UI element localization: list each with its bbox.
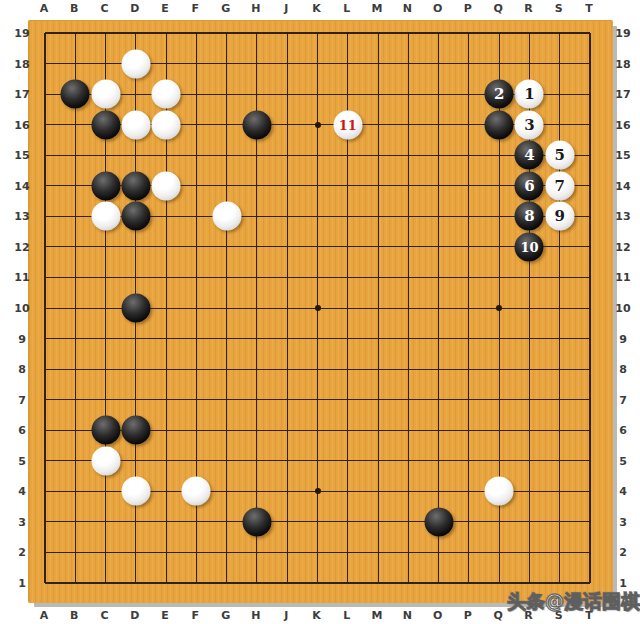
coord-label-bottom-H: H (251, 609, 260, 622)
stone-white-C17 (91, 80, 120, 109)
stone-white-D18 (121, 49, 150, 78)
coord-label-left-18: 18 (14, 57, 29, 70)
coord-label-left-17: 17 (14, 88, 29, 101)
stone-black-H16 (242, 110, 271, 139)
stone-black-O3 (424, 507, 453, 536)
coord-label-left-5: 5 (18, 454, 26, 467)
move-number: 9 (555, 209, 565, 224)
coord-label-bottom-K: K (312, 609, 321, 622)
coord-label-left-2: 2 (18, 546, 26, 559)
coord-label-left-7: 7 (18, 393, 26, 406)
coord-label-top-G: G (221, 2, 230, 15)
grid-line-vertical (438, 33, 439, 583)
coord-label-left-19: 19 (14, 27, 29, 40)
star-point-K4 (315, 488, 321, 494)
coord-label-right-9: 9 (619, 332, 627, 345)
coord-label-bottom-G: G (221, 609, 230, 622)
stone-white-S14-move7: 7 (545, 171, 574, 200)
coord-label-top-Q: Q (493, 2, 502, 15)
coord-label-top-D: D (130, 2, 139, 15)
coord-label-top-O: O (433, 2, 442, 15)
coord-label-top-B: B (70, 2, 78, 15)
stone-black-R14-move6: 6 (515, 171, 544, 200)
coord-label-right-19: 19 (615, 27, 630, 40)
coord-label-bottom-D: D (130, 609, 139, 622)
move-number: 7 (555, 178, 565, 193)
coord-label-top-F: F (192, 2, 200, 15)
stone-black-Q16 (485, 110, 514, 139)
move-number: 4 (524, 148, 534, 163)
stone-white-S13-move9: 9 (545, 202, 574, 231)
stone-black-H3 (242, 507, 271, 536)
stone-white-D16 (121, 110, 150, 139)
coord-label-bottom-E: E (161, 609, 169, 622)
coord-label-left-14: 14 (14, 179, 29, 192)
stone-white-E17 (152, 80, 181, 109)
stone-black-C16 (91, 110, 120, 139)
coord-label-right-7: 7 (619, 393, 627, 406)
coord-label-bottom-P: P (464, 609, 472, 622)
stone-black-R13-move8: 8 (515, 202, 544, 231)
stone-white-E14 (152, 171, 181, 200)
coord-label-right-11: 11 (615, 271, 630, 284)
coord-label-top-C: C (101, 2, 109, 15)
coord-label-top-A: A (40, 2, 49, 15)
grid-line-vertical (559, 33, 560, 583)
watermark-text: 头条@漫话围棋 (507, 589, 640, 615)
coord-label-top-N: N (403, 2, 412, 15)
grid-line-vertical (378, 33, 379, 583)
coord-label-right-4: 4 (619, 485, 627, 498)
coord-label-left-8: 8 (18, 363, 26, 376)
stone-white-S15-move5: 5 (545, 141, 574, 170)
stone-black-R15-move4: 4 (515, 141, 544, 170)
coord-label-bottom-L: L (343, 609, 350, 622)
coord-label-left-16: 16 (14, 118, 29, 131)
move-number: 2 (494, 87, 504, 102)
stone-white-L16-move11: 11 (333, 110, 362, 139)
stone-white-C13 (91, 202, 120, 231)
stone-black-D14 (121, 171, 150, 200)
coord-label-right-8: 8 (619, 363, 627, 376)
coord-label-top-E: E (161, 2, 169, 15)
coord-label-right-5: 5 (619, 454, 627, 467)
grid-line-vertical (589, 33, 591, 583)
coord-label-right-18: 18 (615, 57, 630, 70)
grid-line-horizontal (45, 338, 590, 339)
coord-label-bottom-F: F (192, 609, 200, 622)
stone-white-G13 (212, 202, 241, 231)
coord-label-bottom-J: J (284, 609, 288, 622)
move-number: 5 (555, 148, 565, 163)
move-number: 10 (520, 240, 538, 253)
grid-line-horizontal (45, 521, 590, 522)
go-diagram: 1234567891011 AABBCCDDEEFFGGHHJJKKLLMMNN… (0, 0, 640, 624)
move-number: 1 (524, 87, 534, 102)
coord-label-right-10: 10 (615, 302, 630, 315)
coord-label-left-1: 1 (18, 577, 26, 590)
coord-label-top-M: M (372, 2, 383, 15)
grid-line-horizontal (45, 552, 590, 553)
move-number: 11 (339, 118, 357, 131)
coord-label-bottom-O: O (433, 609, 442, 622)
coord-label-bottom-A: A (40, 609, 49, 622)
stone-white-C5 (91, 446, 120, 475)
coord-label-left-9: 9 (18, 332, 26, 345)
star-point-K16 (315, 122, 321, 128)
move-number: 8 (524, 209, 534, 224)
grid-line-horizontal (45, 582, 590, 584)
coord-label-left-3: 3 (18, 515, 26, 528)
grid-line-horizontal (45, 460, 590, 461)
stone-white-R16-move3: 3 (515, 110, 544, 139)
go-board: 1234567891011 (28, 20, 613, 603)
coord-label-bottom-C: C (101, 609, 109, 622)
coord-label-left-13: 13 (14, 210, 29, 223)
coord-label-top-R: R (524, 2, 532, 15)
stone-black-C14 (91, 171, 120, 200)
coord-label-top-H: H (251, 2, 260, 15)
stone-black-D10 (121, 294, 150, 323)
stone-black-R12-move10: 10 (515, 232, 544, 261)
stone-black-D6 (121, 416, 150, 445)
stone-black-Q17-move2: 2 (485, 80, 514, 109)
coord-label-bottom-N: N (403, 609, 412, 622)
stone-white-D4 (121, 477, 150, 506)
coord-label-bottom-M: M (372, 609, 383, 622)
grid-line-vertical (468, 33, 469, 583)
coord-label-top-J: J (284, 2, 288, 15)
coord-label-right-2: 2 (619, 546, 627, 559)
star-point-K10 (315, 305, 321, 311)
move-number: 3 (524, 117, 534, 132)
coord-label-left-4: 4 (18, 485, 26, 498)
coord-label-left-10: 10 (14, 302, 29, 315)
coord-label-right-1: 1 (619, 577, 627, 590)
star-point-Q10 (496, 305, 502, 311)
coord-label-right-14: 14 (615, 179, 630, 192)
stone-black-D13 (121, 202, 150, 231)
coord-label-right-13: 13 (615, 210, 630, 223)
coord-label-left-11: 11 (14, 271, 29, 284)
coord-label-top-T: T (585, 2, 593, 15)
coord-label-right-12: 12 (615, 240, 630, 253)
grid-line-vertical (408, 33, 409, 583)
coord-label-top-S: S (555, 2, 563, 15)
coord-label-left-15: 15 (14, 149, 29, 162)
stone-white-E16 (152, 110, 181, 139)
coord-label-top-L: L (343, 2, 350, 15)
coord-label-top-K: K (312, 2, 321, 15)
stone-white-F4 (182, 477, 211, 506)
stone-black-B17 (61, 80, 90, 109)
coord-label-right-17: 17 (615, 88, 630, 101)
grid-line-horizontal (45, 369, 590, 370)
coord-label-bottom-Q: Q (493, 609, 502, 622)
coord-label-top-P: P (464, 2, 472, 15)
grid-line-horizontal (45, 399, 590, 400)
coord-label-right-6: 6 (619, 424, 627, 437)
coord-label-bottom-B: B (70, 609, 78, 622)
stone-black-C6 (91, 416, 120, 445)
stone-white-R17-move1: 1 (515, 80, 544, 109)
coord-label-left-12: 12 (14, 240, 29, 253)
coord-label-right-3: 3 (619, 515, 627, 528)
coord-label-left-6: 6 (18, 424, 26, 437)
board-grid: 1234567891011 (45, 33, 590, 583)
stone-white-Q4 (485, 477, 514, 506)
move-number: 6 (524, 178, 534, 193)
coord-label-right-16: 16 (615, 118, 630, 131)
coord-label-right-15: 15 (615, 149, 630, 162)
